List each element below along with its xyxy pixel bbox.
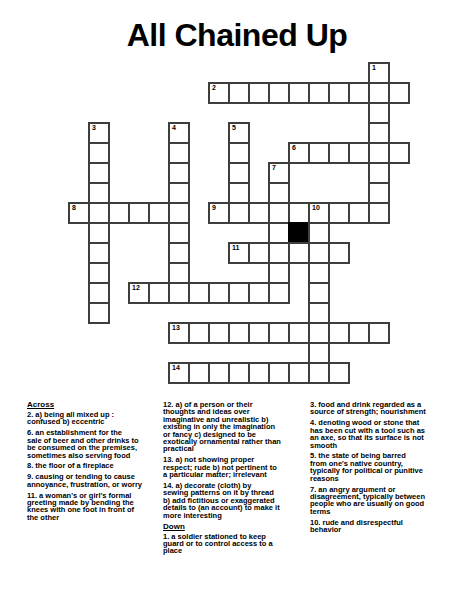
clue-9: 9. causing or tending to cause annoyance…: [27, 473, 163, 488]
clue-column-2: 12. a) of a person or their thoughts and…: [163, 401, 304, 558]
clue-8: 8. the floor of a fireplace: [27, 462, 163, 469]
clue-11: 11. a woman's or girl's formal greeting …: [27, 492, 163, 522]
clue-3: 3. food and drink regarded as a source o…: [310, 401, 454, 416]
clue-column-1: Across2. a) being all mixed up : confuse…: [27, 401, 163, 525]
clue-13: 13. a) not showing proper respect; rude …: [163, 456, 304, 478]
clue-12: 12. a) of a person or their thoughts and…: [163, 401, 304, 453]
clue-4: 4. denoting wood or stone that has been …: [310, 419, 454, 449]
crossword-page: All Chained Up 1234567891011121314 Acros…: [0, 0, 474, 613]
clue-5: 5. the state of being barred from one's …: [310, 452, 454, 482]
clue-6: 6. an establishment for the sale of beer…: [27, 429, 163, 459]
clues-section: Across2. a) being all mixed up : confuse…: [0, 0, 474, 613]
across-heading: Across: [27, 401, 163, 409]
clue-column-3: 3. food and drink regarded as a source o…: [310, 401, 454, 537]
clue-7: 7. an angry argument or disagreement, ty…: [310, 486, 454, 516]
down-heading: Down: [163, 523, 304, 531]
clue-1: 1. a soldier stationed to keep guard or …: [163, 533, 304, 555]
clue-10: 10. rude and disrespectful behavior: [310, 519, 454, 534]
clue-2: 2. a) being all mixed up : confused b) e…: [27, 411, 163, 426]
clue-14: 14. a) decorate (cloth) by sewing patter…: [163, 482, 304, 519]
